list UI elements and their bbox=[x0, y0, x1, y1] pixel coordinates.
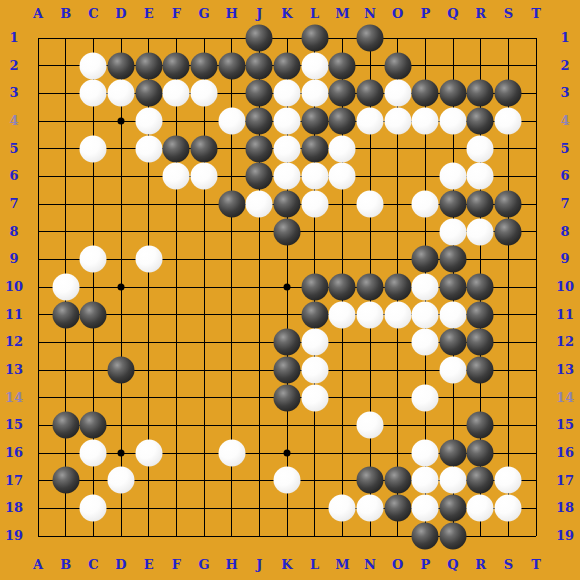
intersection-F5[interactable] bbox=[162, 135, 190, 163]
intersection-T19[interactable] bbox=[522, 522, 550, 550]
intersection-C6[interactable] bbox=[79, 162, 107, 190]
intersection-J12[interactable] bbox=[245, 328, 273, 356]
intersection-L3[interactable] bbox=[301, 79, 329, 107]
intersection-P7[interactable] bbox=[411, 190, 439, 218]
intersection-G14[interactable] bbox=[190, 384, 218, 412]
intersection-O8[interactable] bbox=[384, 218, 412, 246]
intersection-O14[interactable] bbox=[384, 384, 412, 412]
intersection-D2[interactable] bbox=[107, 52, 135, 80]
intersection-Q6[interactable] bbox=[439, 162, 467, 190]
intersection-K5[interactable] bbox=[273, 135, 301, 163]
intersection-J3[interactable] bbox=[245, 79, 273, 107]
intersection-B19[interactable] bbox=[52, 522, 80, 550]
intersection-B6[interactable] bbox=[52, 162, 80, 190]
intersection-R5[interactable] bbox=[467, 135, 495, 163]
intersection-F13[interactable] bbox=[162, 356, 190, 384]
intersection-J5[interactable] bbox=[245, 135, 273, 163]
intersection-L19[interactable] bbox=[301, 522, 329, 550]
intersection-G19[interactable] bbox=[190, 522, 218, 550]
intersection-K2[interactable] bbox=[273, 52, 301, 80]
intersection-O9[interactable] bbox=[384, 245, 412, 273]
intersection-R9[interactable] bbox=[467, 245, 495, 273]
intersection-A18[interactable] bbox=[24, 494, 52, 522]
intersection-G15[interactable] bbox=[190, 411, 218, 439]
intersection-O6[interactable] bbox=[384, 162, 412, 190]
intersection-E16[interactable] bbox=[135, 439, 163, 467]
intersection-L17[interactable] bbox=[301, 467, 329, 495]
intersection-P8[interactable] bbox=[411, 218, 439, 246]
intersection-O12[interactable] bbox=[384, 328, 412, 356]
intersection-R13[interactable] bbox=[467, 356, 495, 384]
intersection-J2[interactable] bbox=[245, 52, 273, 80]
intersection-D1[interactable] bbox=[107, 24, 135, 52]
intersection-B16[interactable] bbox=[52, 439, 80, 467]
intersection-J16[interactable] bbox=[245, 439, 273, 467]
intersection-F17[interactable] bbox=[162, 467, 190, 495]
intersection-H7[interactable] bbox=[218, 190, 246, 218]
intersection-P19[interactable] bbox=[411, 522, 439, 550]
intersection-C11[interactable] bbox=[79, 301, 107, 329]
intersection-P1[interactable] bbox=[411, 24, 439, 52]
intersection-C15[interactable] bbox=[79, 411, 107, 439]
intersection-R14[interactable] bbox=[467, 384, 495, 412]
intersection-E14[interactable] bbox=[135, 384, 163, 412]
intersection-G1[interactable] bbox=[190, 24, 218, 52]
intersection-B13[interactable] bbox=[52, 356, 80, 384]
intersection-O1[interactable] bbox=[384, 24, 412, 52]
intersection-M17[interactable] bbox=[328, 467, 356, 495]
intersection-C2[interactable] bbox=[79, 52, 107, 80]
intersection-A7[interactable] bbox=[24, 190, 52, 218]
intersection-M12[interactable] bbox=[328, 328, 356, 356]
intersection-F1[interactable] bbox=[162, 24, 190, 52]
intersection-R17[interactable] bbox=[467, 467, 495, 495]
intersection-A8[interactable] bbox=[24, 218, 52, 246]
intersection-A13[interactable] bbox=[24, 356, 52, 384]
intersection-R1[interactable] bbox=[467, 24, 495, 52]
intersection-P12[interactable] bbox=[411, 328, 439, 356]
intersection-R6[interactable] bbox=[467, 162, 495, 190]
intersection-A5[interactable] bbox=[24, 135, 52, 163]
intersection-G8[interactable] bbox=[190, 218, 218, 246]
intersection-T12[interactable] bbox=[522, 328, 550, 356]
intersection-S4[interactable] bbox=[494, 107, 522, 135]
intersection-J13[interactable] bbox=[245, 356, 273, 384]
intersection-P11[interactable] bbox=[411, 301, 439, 329]
intersection-A19[interactable] bbox=[24, 522, 52, 550]
intersection-K17[interactable] bbox=[273, 467, 301, 495]
intersection-B9[interactable] bbox=[52, 245, 80, 273]
intersection-L11[interactable] bbox=[301, 301, 329, 329]
intersection-H2[interactable] bbox=[218, 52, 246, 80]
intersection-L4[interactable] bbox=[301, 107, 329, 135]
intersection-D5[interactable] bbox=[107, 135, 135, 163]
intersection-T10[interactable] bbox=[522, 273, 550, 301]
intersection-F18[interactable] bbox=[162, 494, 190, 522]
intersection-Q1[interactable] bbox=[439, 24, 467, 52]
intersection-M19[interactable] bbox=[328, 522, 356, 550]
intersection-Q17[interactable] bbox=[439, 467, 467, 495]
intersection-L6[interactable] bbox=[301, 162, 329, 190]
intersection-E18[interactable] bbox=[135, 494, 163, 522]
intersection-H19[interactable] bbox=[218, 522, 246, 550]
intersection-E3[interactable] bbox=[135, 79, 163, 107]
intersection-B4[interactable] bbox=[52, 107, 80, 135]
intersection-L12[interactable] bbox=[301, 328, 329, 356]
intersection-N12[interactable] bbox=[356, 328, 384, 356]
intersection-B3[interactable] bbox=[52, 79, 80, 107]
intersection-G2[interactable] bbox=[190, 52, 218, 80]
intersection-R19[interactable] bbox=[467, 522, 495, 550]
intersection-F4[interactable] bbox=[162, 107, 190, 135]
intersection-D13[interactable] bbox=[107, 356, 135, 384]
intersection-Q14[interactable] bbox=[439, 384, 467, 412]
intersection-D12[interactable] bbox=[107, 328, 135, 356]
intersection-N19[interactable] bbox=[356, 522, 384, 550]
intersection-J1[interactable] bbox=[245, 24, 273, 52]
intersection-G10[interactable] bbox=[190, 273, 218, 301]
intersection-G3[interactable] bbox=[190, 79, 218, 107]
intersection-M1[interactable] bbox=[328, 24, 356, 52]
intersection-G13[interactable] bbox=[190, 356, 218, 384]
intersection-P13[interactable] bbox=[411, 356, 439, 384]
intersection-M13[interactable] bbox=[328, 356, 356, 384]
intersection-E17[interactable] bbox=[135, 467, 163, 495]
intersection-Q18[interactable] bbox=[439, 494, 467, 522]
intersection-K12[interactable] bbox=[273, 328, 301, 356]
intersection-H4[interactable] bbox=[218, 107, 246, 135]
intersection-H1[interactable] bbox=[218, 24, 246, 52]
intersection-A11[interactable] bbox=[24, 301, 52, 329]
intersection-G7[interactable] bbox=[190, 190, 218, 218]
intersection-C1[interactable] bbox=[79, 24, 107, 52]
intersection-K13[interactable] bbox=[273, 356, 301, 384]
intersection-Q2[interactable] bbox=[439, 52, 467, 80]
intersection-B7[interactable] bbox=[52, 190, 80, 218]
intersection-K10[interactable] bbox=[273, 273, 301, 301]
intersection-J14[interactable] bbox=[245, 384, 273, 412]
intersection-T18[interactable] bbox=[522, 494, 550, 522]
intersection-C14[interactable] bbox=[79, 384, 107, 412]
intersection-A10[interactable] bbox=[24, 273, 52, 301]
intersection-J9[interactable] bbox=[245, 245, 273, 273]
intersection-J11[interactable] bbox=[245, 301, 273, 329]
intersection-N6[interactable] bbox=[356, 162, 384, 190]
intersection-B14[interactable] bbox=[52, 384, 80, 412]
intersection-N17[interactable] bbox=[356, 467, 384, 495]
intersection-M10[interactable] bbox=[328, 273, 356, 301]
intersection-A6[interactable] bbox=[24, 162, 52, 190]
intersection-H9[interactable] bbox=[218, 245, 246, 273]
intersection-S7[interactable] bbox=[494, 190, 522, 218]
intersection-O18[interactable] bbox=[384, 494, 412, 522]
intersection-K19[interactable] bbox=[273, 522, 301, 550]
intersection-K8[interactable] bbox=[273, 218, 301, 246]
intersection-T8[interactable] bbox=[522, 218, 550, 246]
intersection-A16[interactable] bbox=[24, 439, 52, 467]
intersection-P14[interactable] bbox=[411, 384, 439, 412]
intersection-Q4[interactable] bbox=[439, 107, 467, 135]
intersection-S8[interactable] bbox=[494, 218, 522, 246]
intersection-L10[interactable] bbox=[301, 273, 329, 301]
intersection-M14[interactable] bbox=[328, 384, 356, 412]
intersection-G4[interactable] bbox=[190, 107, 218, 135]
intersection-R8[interactable] bbox=[467, 218, 495, 246]
intersection-S2[interactable] bbox=[494, 52, 522, 80]
intersection-S17[interactable] bbox=[494, 467, 522, 495]
intersection-P17[interactable] bbox=[411, 467, 439, 495]
intersection-D9[interactable] bbox=[107, 245, 135, 273]
intersection-E6[interactable] bbox=[135, 162, 163, 190]
intersection-O4[interactable] bbox=[384, 107, 412, 135]
intersection-N13[interactable] bbox=[356, 356, 384, 384]
intersection-H17[interactable] bbox=[218, 467, 246, 495]
intersection-L7[interactable] bbox=[301, 190, 329, 218]
intersection-D4[interactable] bbox=[107, 107, 135, 135]
intersection-N11[interactable] bbox=[356, 301, 384, 329]
intersection-N14[interactable] bbox=[356, 384, 384, 412]
intersection-M9[interactable] bbox=[328, 245, 356, 273]
intersection-G6[interactable] bbox=[190, 162, 218, 190]
intersection-F16[interactable] bbox=[162, 439, 190, 467]
intersection-A3[interactable] bbox=[24, 79, 52, 107]
intersection-J6[interactable] bbox=[245, 162, 273, 190]
intersection-H12[interactable] bbox=[218, 328, 246, 356]
intersection-D8[interactable] bbox=[107, 218, 135, 246]
intersection-M18[interactable] bbox=[328, 494, 356, 522]
intersection-N15[interactable] bbox=[356, 411, 384, 439]
intersection-L9[interactable] bbox=[301, 245, 329, 273]
intersection-J4[interactable] bbox=[245, 107, 273, 135]
intersection-M6[interactable] bbox=[328, 162, 356, 190]
intersection-F3[interactable] bbox=[162, 79, 190, 107]
intersection-T13[interactable] bbox=[522, 356, 550, 384]
intersection-K16[interactable] bbox=[273, 439, 301, 467]
intersection-Q16[interactable] bbox=[439, 439, 467, 467]
intersection-D16[interactable] bbox=[107, 439, 135, 467]
intersection-D14[interactable] bbox=[107, 384, 135, 412]
intersection-E5[interactable] bbox=[135, 135, 163, 163]
intersection-H8[interactable] bbox=[218, 218, 246, 246]
intersection-O10[interactable] bbox=[384, 273, 412, 301]
intersection-H6[interactable] bbox=[218, 162, 246, 190]
intersection-B17[interactable] bbox=[52, 467, 80, 495]
intersection-D3[interactable] bbox=[107, 79, 135, 107]
intersection-R15[interactable] bbox=[467, 411, 495, 439]
intersection-P16[interactable] bbox=[411, 439, 439, 467]
intersection-H18[interactable] bbox=[218, 494, 246, 522]
intersection-J15[interactable] bbox=[245, 411, 273, 439]
intersection-R16[interactable] bbox=[467, 439, 495, 467]
intersection-G5[interactable] bbox=[190, 135, 218, 163]
intersection-E15[interactable] bbox=[135, 411, 163, 439]
intersection-M4[interactable] bbox=[328, 107, 356, 135]
intersection-G17[interactable] bbox=[190, 467, 218, 495]
intersection-D11[interactable] bbox=[107, 301, 135, 329]
intersection-N9[interactable] bbox=[356, 245, 384, 273]
intersection-N3[interactable] bbox=[356, 79, 384, 107]
intersection-H5[interactable] bbox=[218, 135, 246, 163]
intersection-R3[interactable] bbox=[467, 79, 495, 107]
intersection-A12[interactable] bbox=[24, 328, 52, 356]
intersection-F14[interactable] bbox=[162, 384, 190, 412]
intersection-R7[interactable] bbox=[467, 190, 495, 218]
intersection-P4[interactable] bbox=[411, 107, 439, 135]
intersection-Q12[interactable] bbox=[439, 328, 467, 356]
intersection-N10[interactable] bbox=[356, 273, 384, 301]
intersection-A9[interactable] bbox=[24, 245, 52, 273]
intersection-A1[interactable] bbox=[24, 24, 52, 52]
intersection-N2[interactable] bbox=[356, 52, 384, 80]
intersection-H14[interactable] bbox=[218, 384, 246, 412]
intersection-R10[interactable] bbox=[467, 273, 495, 301]
intersection-L1[interactable] bbox=[301, 24, 329, 52]
intersection-G11[interactable] bbox=[190, 301, 218, 329]
intersection-E9[interactable] bbox=[135, 245, 163, 273]
intersection-Q9[interactable] bbox=[439, 245, 467, 273]
intersection-O16[interactable] bbox=[384, 439, 412, 467]
intersection-K11[interactable] bbox=[273, 301, 301, 329]
intersection-G12[interactable] bbox=[190, 328, 218, 356]
intersection-H16[interactable] bbox=[218, 439, 246, 467]
intersection-E13[interactable] bbox=[135, 356, 163, 384]
intersection-Q7[interactable] bbox=[439, 190, 467, 218]
intersection-C18[interactable] bbox=[79, 494, 107, 522]
intersection-F8[interactable] bbox=[162, 218, 190, 246]
intersection-B2[interactable] bbox=[52, 52, 80, 80]
intersection-F6[interactable] bbox=[162, 162, 190, 190]
intersection-T4[interactable] bbox=[522, 107, 550, 135]
intersection-S18[interactable] bbox=[494, 494, 522, 522]
intersection-K7[interactable] bbox=[273, 190, 301, 218]
intersection-T5[interactable] bbox=[522, 135, 550, 163]
intersection-C12[interactable] bbox=[79, 328, 107, 356]
intersection-A2[interactable] bbox=[24, 52, 52, 80]
intersection-R11[interactable] bbox=[467, 301, 495, 329]
intersection-S19[interactable] bbox=[494, 522, 522, 550]
intersection-M16[interactable] bbox=[328, 439, 356, 467]
intersection-N4[interactable] bbox=[356, 107, 384, 135]
intersection-F9[interactable] bbox=[162, 245, 190, 273]
intersection-C9[interactable] bbox=[79, 245, 107, 273]
intersection-J17[interactable] bbox=[245, 467, 273, 495]
intersection-L15[interactable] bbox=[301, 411, 329, 439]
intersection-T11[interactable] bbox=[522, 301, 550, 329]
intersection-K15[interactable] bbox=[273, 411, 301, 439]
intersection-S13[interactable] bbox=[494, 356, 522, 384]
intersection-N1[interactable] bbox=[356, 24, 384, 52]
intersection-T16[interactable] bbox=[522, 439, 550, 467]
intersection-O7[interactable] bbox=[384, 190, 412, 218]
intersection-C7[interactable] bbox=[79, 190, 107, 218]
intersection-L13[interactable] bbox=[301, 356, 329, 384]
intersection-M2[interactable] bbox=[328, 52, 356, 80]
intersection-C16[interactable] bbox=[79, 439, 107, 467]
intersection-P18[interactable] bbox=[411, 494, 439, 522]
intersection-J10[interactable] bbox=[245, 273, 273, 301]
intersection-E7[interactable] bbox=[135, 190, 163, 218]
intersection-E11[interactable] bbox=[135, 301, 163, 329]
intersection-L18[interactable] bbox=[301, 494, 329, 522]
intersection-K4[interactable] bbox=[273, 107, 301, 135]
intersection-C3[interactable] bbox=[79, 79, 107, 107]
intersection-D17[interactable] bbox=[107, 467, 135, 495]
intersection-A14[interactable] bbox=[24, 384, 52, 412]
intersection-M15[interactable] bbox=[328, 411, 356, 439]
intersection-L2[interactable] bbox=[301, 52, 329, 80]
intersection-O5[interactable] bbox=[384, 135, 412, 163]
intersection-G9[interactable] bbox=[190, 245, 218, 273]
intersection-J7[interactable] bbox=[245, 190, 273, 218]
intersection-C5[interactable] bbox=[79, 135, 107, 163]
intersection-K14[interactable] bbox=[273, 384, 301, 412]
intersection-J8[interactable] bbox=[245, 218, 273, 246]
intersection-P2[interactable] bbox=[411, 52, 439, 80]
intersection-E12[interactable] bbox=[135, 328, 163, 356]
intersection-R18[interactable] bbox=[467, 494, 495, 522]
intersection-S14[interactable] bbox=[494, 384, 522, 412]
intersection-N5[interactable] bbox=[356, 135, 384, 163]
intersection-F15[interactable] bbox=[162, 411, 190, 439]
intersection-S12[interactable] bbox=[494, 328, 522, 356]
intersection-H15[interactable] bbox=[218, 411, 246, 439]
intersection-S9[interactable] bbox=[494, 245, 522, 273]
intersection-N18[interactable] bbox=[356, 494, 384, 522]
intersection-M5[interactable] bbox=[328, 135, 356, 163]
intersection-B12[interactable] bbox=[52, 328, 80, 356]
intersection-H13[interactable] bbox=[218, 356, 246, 384]
intersection-D10[interactable] bbox=[107, 273, 135, 301]
intersection-G16[interactable] bbox=[190, 439, 218, 467]
intersection-S15[interactable] bbox=[494, 411, 522, 439]
intersection-R12[interactable] bbox=[467, 328, 495, 356]
intersection-C4[interactable] bbox=[79, 107, 107, 135]
intersection-T17[interactable] bbox=[522, 467, 550, 495]
intersection-D6[interactable] bbox=[107, 162, 135, 190]
intersection-S11[interactable] bbox=[494, 301, 522, 329]
intersection-S6[interactable] bbox=[494, 162, 522, 190]
intersection-T6[interactable] bbox=[522, 162, 550, 190]
intersection-H10[interactable] bbox=[218, 273, 246, 301]
intersection-R4[interactable] bbox=[467, 107, 495, 135]
intersection-T1[interactable] bbox=[522, 24, 550, 52]
intersection-S10[interactable] bbox=[494, 273, 522, 301]
intersection-S3[interactable] bbox=[494, 79, 522, 107]
intersection-C19[interactable] bbox=[79, 522, 107, 550]
intersection-Q13[interactable] bbox=[439, 356, 467, 384]
intersection-A17[interactable] bbox=[24, 467, 52, 495]
intersection-C17[interactable] bbox=[79, 467, 107, 495]
intersection-T15[interactable] bbox=[522, 411, 550, 439]
intersection-L5[interactable] bbox=[301, 135, 329, 163]
intersection-L14[interactable] bbox=[301, 384, 329, 412]
intersection-D7[interactable] bbox=[107, 190, 135, 218]
intersection-P5[interactable] bbox=[411, 135, 439, 163]
intersection-N8[interactable] bbox=[356, 218, 384, 246]
intersection-D19[interactable] bbox=[107, 522, 135, 550]
intersection-F12[interactable] bbox=[162, 328, 190, 356]
intersection-O2[interactable] bbox=[384, 52, 412, 80]
intersection-P15[interactable] bbox=[411, 411, 439, 439]
intersection-M3[interactable] bbox=[328, 79, 356, 107]
intersection-H11[interactable] bbox=[218, 301, 246, 329]
intersection-F10[interactable] bbox=[162, 273, 190, 301]
intersection-B8[interactable] bbox=[52, 218, 80, 246]
intersection-E2[interactable] bbox=[135, 52, 163, 80]
intersection-E4[interactable] bbox=[135, 107, 163, 135]
intersection-S1[interactable] bbox=[494, 24, 522, 52]
intersection-K3[interactable] bbox=[273, 79, 301, 107]
